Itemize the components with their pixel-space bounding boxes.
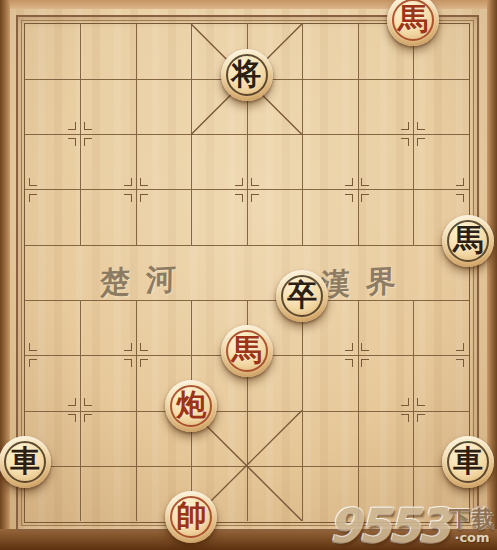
board-cell[interactable]: [80, 466, 136, 521]
piece-glyph: 馬: [398, 4, 428, 34]
piece-black-soldier[interactable]: 卒: [276, 270, 328, 322]
piece-black-horse[interactable]: 馬: [442, 215, 494, 267]
piece-glyph: 炮: [176, 390, 206, 420]
board-cell[interactable]: [136, 79, 192, 134]
board-cell[interactable]: [302, 411, 358, 466]
piece-glyph: 将: [232, 59, 262, 89]
piece-black-general[interactable]: 将: [221, 49, 273, 101]
board-cell[interactable]: [302, 466, 358, 521]
piece-red-horse[interactable]: 馬: [221, 325, 273, 377]
piece-black-chariot[interactable]: 車: [442, 436, 494, 488]
board-cell[interactable]: [247, 411, 303, 466]
board-edge-bottom: [0, 529, 497, 550]
xiangqi-board: 楚河 漢界 9553 下载 ·com 馬将馬卒馬炮車車帥: [0, 0, 497, 550]
river-label-right: 漢界: [320, 260, 413, 306]
board-cell[interactable]: [25, 245, 81, 300]
piece-glyph: 車: [453, 446, 483, 476]
piece-red-cannon[interactable]: 炮: [165, 380, 217, 432]
piece-glyph: 馬: [232, 335, 262, 365]
piece-glyph: 帥: [176, 501, 206, 531]
piece-black-chariot[interactable]: 車: [0, 436, 51, 488]
board-cell[interactable]: [25, 24, 81, 79]
board-cell[interactable]: [247, 466, 303, 521]
river-label-left: 楚河: [100, 258, 193, 304]
piece-glyph: 馬: [453, 225, 483, 255]
board-cell[interactable]: [302, 79, 358, 134]
piece-glyph: 卒: [287, 280, 317, 310]
board-cell[interactable]: [302, 24, 358, 79]
piece-glyph: 車: [10, 446, 40, 476]
board-cell[interactable]: [191, 245, 247, 300]
piece-red-general[interactable]: 帥: [165, 491, 217, 543]
board-cell[interactable]: [136, 24, 192, 79]
board-cell[interactable]: [358, 466, 414, 521]
board-cell[interactable]: [80, 24, 136, 79]
